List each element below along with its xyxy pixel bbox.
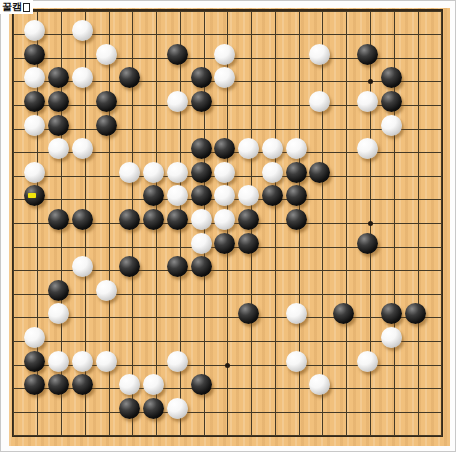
intersection[interactable] — [264, 141, 288, 165]
intersection[interactable] — [406, 330, 430, 354]
intersection[interactable] — [145, 330, 169, 354]
intersection[interactable] — [264, 424, 288, 448]
intersection[interactable] — [240, 117, 264, 141]
intersection[interactable] — [335, 94, 359, 118]
intersection[interactable] — [73, 283, 97, 307]
intersection[interactable] — [192, 23, 216, 47]
intersection[interactable] — [430, 330, 454, 354]
intersection[interactable] — [2, 377, 26, 401]
intersection[interactable] — [50, 377, 74, 401]
intersection[interactable] — [192, 306, 216, 330]
intersection[interactable] — [121, 283, 145, 307]
intersection[interactable] — [359, 235, 383, 259]
intersection[interactable] — [73, 306, 97, 330]
intersection[interactable] — [264, 46, 288, 70]
intersection[interactable] — [168, 424, 192, 448]
intersection[interactable] — [311, 94, 335, 118]
intersection[interactable] — [264, 330, 288, 354]
intersection[interactable] — [216, 188, 240, 212]
intersection[interactable] — [145, 94, 169, 118]
intersection[interactable] — [145, 377, 169, 401]
intersection[interactable] — [216, 0, 240, 23]
intersection[interactable] — [264, 283, 288, 307]
intersection[interactable] — [430, 377, 454, 401]
intersection[interactable] — [121, 212, 145, 236]
go-board[interactable] — [9, 8, 450, 446]
intersection[interactable] — [50, 188, 74, 212]
intersection[interactable] — [50, 23, 74, 47]
intersection[interactable] — [26, 23, 50, 47]
intersection[interactable] — [406, 164, 430, 188]
intersection[interactable] — [168, 94, 192, 118]
intersection[interactable] — [2, 424, 26, 448]
intersection[interactable] — [97, 424, 121, 448]
intersection[interactable] — [2, 117, 26, 141]
intersection[interactable] — [335, 70, 359, 94]
intersection[interactable] — [264, 259, 288, 283]
intersection[interactable] — [406, 94, 430, 118]
intersection[interactable] — [311, 70, 335, 94]
intersection[interactable] — [26, 46, 50, 70]
intersection[interactable] — [430, 212, 454, 236]
intersection[interactable] — [335, 212, 359, 236]
intersection[interactable] — [26, 424, 50, 448]
intersection[interactable] — [264, 188, 288, 212]
intersection[interactable] — [26, 330, 50, 354]
intersection[interactable] — [359, 330, 383, 354]
intersection[interactable] — [121, 70, 145, 94]
intersection[interactable] — [430, 306, 454, 330]
intersection[interactable] — [335, 188, 359, 212]
intersection[interactable] — [50, 424, 74, 448]
intersection[interactable] — [359, 401, 383, 425]
intersection[interactable] — [430, 259, 454, 283]
intersection[interactable] — [97, 70, 121, 94]
intersection[interactable] — [216, 141, 240, 165]
intersection[interactable] — [382, 330, 406, 354]
intersection[interactable] — [335, 283, 359, 307]
intersection[interactable] — [382, 164, 406, 188]
intersection[interactable] — [216, 70, 240, 94]
intersection[interactable] — [26, 70, 50, 94]
intersection[interactable] — [240, 70, 264, 94]
intersection[interactable] — [359, 164, 383, 188]
intersection[interactable] — [192, 117, 216, 141]
intersection[interactable] — [430, 353, 454, 377]
intersection[interactable] — [311, 401, 335, 425]
intersection[interactable] — [97, 188, 121, 212]
intersection[interactable] — [192, 283, 216, 307]
intersection[interactable] — [192, 164, 216, 188]
intersection[interactable] — [192, 377, 216, 401]
intersection[interactable] — [287, 283, 311, 307]
intersection[interactable] — [26, 94, 50, 118]
intersection[interactable] — [359, 46, 383, 70]
intersection[interactable] — [240, 94, 264, 118]
intersection[interactable] — [73, 94, 97, 118]
intersection[interactable] — [121, 117, 145, 141]
intersection[interactable] — [121, 46, 145, 70]
intersection[interactable] — [359, 283, 383, 307]
intersection[interactable] — [240, 235, 264, 259]
intersection[interactable] — [73, 424, 97, 448]
intersection[interactable] — [382, 235, 406, 259]
intersection[interactable] — [430, 188, 454, 212]
intersection[interactable] — [430, 70, 454, 94]
intersection[interactable] — [287, 401, 311, 425]
intersection[interactable] — [287, 141, 311, 165]
intersection[interactable] — [168, 0, 192, 23]
intersection[interactable] — [216, 330, 240, 354]
intersection[interactable] — [311, 141, 335, 165]
intersection[interactable] — [50, 117, 74, 141]
intersection[interactable] — [145, 353, 169, 377]
intersection[interactable] — [121, 141, 145, 165]
intersection[interactable] — [359, 0, 383, 23]
intersection[interactable] — [216, 283, 240, 307]
intersection[interactable] — [192, 401, 216, 425]
intersection[interactable] — [430, 141, 454, 165]
intersection[interactable] — [216, 235, 240, 259]
intersection[interactable] — [430, 424, 454, 448]
intersection[interactable] — [2, 23, 26, 47]
intersection[interactable] — [97, 235, 121, 259]
intersection[interactable] — [335, 306, 359, 330]
intersection[interactable] — [430, 235, 454, 259]
intersection[interactable] — [73, 117, 97, 141]
intersection[interactable] — [359, 188, 383, 212]
intersection[interactable] — [264, 306, 288, 330]
intersection[interactable] — [216, 306, 240, 330]
intersection[interactable] — [287, 188, 311, 212]
intersection[interactable] — [168, 70, 192, 94]
intersection[interactable] — [311, 353, 335, 377]
intersection[interactable] — [2, 70, 26, 94]
intersection[interactable] — [311, 283, 335, 307]
intersection[interactable] — [73, 212, 97, 236]
intersection[interactable] — [287, 23, 311, 47]
intersection[interactable] — [264, 117, 288, 141]
intersection[interactable] — [121, 330, 145, 354]
intersection[interactable] — [335, 164, 359, 188]
intersection[interactable] — [50, 235, 74, 259]
intersection[interactable] — [382, 353, 406, 377]
intersection[interactable] — [406, 283, 430, 307]
intersection[interactable] — [311, 306, 335, 330]
intersection[interactable] — [240, 353, 264, 377]
intersection[interactable] — [382, 94, 406, 118]
intersection[interactable] — [311, 117, 335, 141]
intersection[interactable] — [26, 141, 50, 165]
intersection[interactable] — [287, 306, 311, 330]
intersection[interactable] — [216, 117, 240, 141]
intersection[interactable] — [26, 401, 50, 425]
intersection[interactable] — [406, 401, 430, 425]
intersection[interactable] — [287, 330, 311, 354]
intersection[interactable] — [121, 164, 145, 188]
intersection[interactable] — [216, 377, 240, 401]
intersection[interactable] — [73, 46, 97, 70]
intersection[interactable] — [97, 306, 121, 330]
intersection[interactable] — [430, 164, 454, 188]
intersection[interactable] — [2, 259, 26, 283]
intersection[interactable] — [2, 94, 26, 118]
intersection[interactable] — [311, 259, 335, 283]
intersection[interactable] — [145, 141, 169, 165]
intersection[interactable] — [382, 306, 406, 330]
intersection[interactable] — [382, 424, 406, 448]
intersection[interactable] — [382, 23, 406, 47]
intersection[interactable] — [406, 117, 430, 141]
intersection[interactable] — [216, 353, 240, 377]
intersection[interactable] — [359, 141, 383, 165]
intersection[interactable] — [121, 306, 145, 330]
intersection[interactable] — [50, 306, 74, 330]
intersection[interactable] — [406, 188, 430, 212]
intersection[interactable] — [97, 377, 121, 401]
intersection[interactable] — [382, 0, 406, 23]
intersection[interactable] — [26, 283, 50, 307]
intersection[interactable] — [359, 377, 383, 401]
intersection[interactable] — [192, 212, 216, 236]
intersection[interactable] — [335, 117, 359, 141]
intersection[interactable] — [430, 46, 454, 70]
intersection[interactable] — [406, 377, 430, 401]
intersection[interactable] — [192, 188, 216, 212]
intersection[interactable] — [240, 330, 264, 354]
intersection[interactable] — [430, 283, 454, 307]
intersection[interactable] — [311, 23, 335, 47]
intersection[interactable] — [335, 353, 359, 377]
intersection[interactable] — [168, 23, 192, 47]
intersection[interactable] — [121, 235, 145, 259]
intersection[interactable] — [97, 401, 121, 425]
intersection[interactable] — [406, 259, 430, 283]
intersection[interactable] — [145, 306, 169, 330]
intersection[interactable] — [145, 164, 169, 188]
intersection[interactable] — [240, 141, 264, 165]
intersection[interactable] — [240, 283, 264, 307]
intersection[interactable] — [240, 46, 264, 70]
intersection[interactable] — [335, 377, 359, 401]
intersection[interactable] — [50, 141, 74, 165]
intersection[interactable] — [192, 353, 216, 377]
intersection[interactable] — [168, 377, 192, 401]
intersection[interactable] — [50, 0, 74, 23]
intersection[interactable] — [73, 141, 97, 165]
intersection[interactable] — [192, 330, 216, 354]
intersection[interactable] — [406, 70, 430, 94]
intersection[interactable] — [73, 259, 97, 283]
intersection[interactable] — [50, 46, 74, 70]
intersection[interactable] — [2, 141, 26, 165]
intersection[interactable] — [240, 377, 264, 401]
intersection[interactable] — [311, 424, 335, 448]
intersection[interactable] — [145, 117, 169, 141]
intersection[interactable] — [121, 0, 145, 23]
intersection[interactable] — [145, 188, 169, 212]
intersection[interactable] — [97, 164, 121, 188]
intersection[interactable] — [26, 212, 50, 236]
intersection[interactable] — [287, 212, 311, 236]
intersection[interactable] — [287, 0, 311, 23]
intersection[interactable] — [168, 188, 192, 212]
intersection[interactable] — [168, 259, 192, 283]
intersection[interactable] — [359, 259, 383, 283]
intersection[interactable] — [97, 212, 121, 236]
intersection[interactable] — [73, 23, 97, 47]
intersection[interactable] — [2, 212, 26, 236]
intersection[interactable] — [168, 235, 192, 259]
intersection[interactable] — [145, 46, 169, 70]
intersection[interactable] — [2, 353, 26, 377]
intersection[interactable] — [50, 164, 74, 188]
intersection[interactable] — [406, 424, 430, 448]
intersection[interactable] — [73, 330, 97, 354]
intersection[interactable] — [382, 141, 406, 165]
intersection[interactable] — [97, 117, 121, 141]
intersection[interactable] — [240, 0, 264, 23]
intersection[interactable] — [97, 0, 121, 23]
intersection[interactable] — [287, 235, 311, 259]
intersection[interactable] — [192, 46, 216, 70]
intersection[interactable] — [2, 235, 26, 259]
intersection[interactable] — [359, 212, 383, 236]
intersection[interactable] — [287, 70, 311, 94]
intersection[interactable] — [335, 23, 359, 47]
intersection[interactable] — [406, 0, 430, 23]
intersection[interactable] — [430, 94, 454, 118]
intersection[interactable] — [216, 401, 240, 425]
intersection[interactable] — [382, 212, 406, 236]
intersection[interactable] — [26, 117, 50, 141]
intersection[interactable] — [97, 23, 121, 47]
intersection[interactable] — [145, 235, 169, 259]
intersection[interactable] — [168, 353, 192, 377]
intersection[interactable] — [287, 46, 311, 70]
intersection[interactable] — [430, 0, 454, 23]
intersection[interactable] — [26, 377, 50, 401]
intersection[interactable] — [50, 94, 74, 118]
intersection[interactable] — [121, 424, 145, 448]
intersection[interactable] — [240, 424, 264, 448]
intersection[interactable] — [264, 23, 288, 47]
intersection[interactable] — [26, 353, 50, 377]
intersection[interactable] — [406, 141, 430, 165]
intersection[interactable] — [359, 70, 383, 94]
intersection[interactable] — [359, 23, 383, 47]
intersection[interactable] — [311, 377, 335, 401]
intersection[interactable] — [2, 283, 26, 307]
intersection[interactable] — [73, 353, 97, 377]
intersection[interactable] — [73, 70, 97, 94]
intersection[interactable] — [264, 353, 288, 377]
intersection[interactable] — [359, 353, 383, 377]
intersection[interactable] — [359, 306, 383, 330]
intersection[interactable] — [406, 212, 430, 236]
intersection[interactable] — [382, 377, 406, 401]
intersection[interactable] — [240, 164, 264, 188]
intersection[interactable] — [2, 46, 26, 70]
intersection[interactable] — [382, 401, 406, 425]
intersection[interactable] — [168, 306, 192, 330]
intersection[interactable] — [359, 117, 383, 141]
intersection[interactable] — [2, 164, 26, 188]
intersection[interactable] — [264, 401, 288, 425]
intersection[interactable] — [97, 46, 121, 70]
intersection[interactable] — [192, 94, 216, 118]
intersection[interactable] — [335, 330, 359, 354]
intersection[interactable] — [406, 46, 430, 70]
intersection[interactable] — [264, 235, 288, 259]
intersection[interactable] — [145, 424, 169, 448]
intersection[interactable] — [406, 235, 430, 259]
intersection[interactable] — [311, 0, 335, 23]
intersection[interactable] — [382, 46, 406, 70]
intersection[interactable] — [264, 377, 288, 401]
intersection[interactable] — [192, 424, 216, 448]
intersection[interactable] — [335, 46, 359, 70]
intersection[interactable] — [264, 94, 288, 118]
intersection[interactable] — [73, 377, 97, 401]
intersection[interactable] — [216, 424, 240, 448]
intersection[interactable] — [216, 259, 240, 283]
intersection[interactable] — [97, 141, 121, 165]
intersection[interactable] — [311, 188, 335, 212]
intersection[interactable] — [145, 283, 169, 307]
intersection[interactable] — [26, 188, 50, 212]
intersection[interactable] — [335, 424, 359, 448]
intersection[interactable] — [240, 23, 264, 47]
intersection[interactable] — [264, 0, 288, 23]
intersection[interactable] — [382, 259, 406, 283]
intersection[interactable] — [216, 23, 240, 47]
intersection[interactable] — [287, 353, 311, 377]
intersection[interactable] — [311, 46, 335, 70]
intersection[interactable] — [287, 94, 311, 118]
intersection[interactable] — [264, 164, 288, 188]
intersection[interactable] — [382, 188, 406, 212]
intersection[interactable] — [240, 401, 264, 425]
intersection[interactable] — [50, 283, 74, 307]
intersection[interactable] — [50, 70, 74, 94]
intersection[interactable] — [168, 212, 192, 236]
intersection[interactable] — [311, 330, 335, 354]
intersection[interactable] — [264, 70, 288, 94]
intersection[interactable] — [168, 401, 192, 425]
intersection[interactable] — [121, 188, 145, 212]
intersection[interactable] — [121, 23, 145, 47]
intersection[interactable] — [73, 235, 97, 259]
intersection[interactable] — [287, 259, 311, 283]
intersection[interactable] — [382, 283, 406, 307]
intersection[interactable] — [73, 164, 97, 188]
intersection[interactable] — [406, 306, 430, 330]
intersection[interactable] — [121, 353, 145, 377]
intersection[interactable] — [335, 259, 359, 283]
intersection[interactable] — [26, 164, 50, 188]
intersection[interactable] — [311, 235, 335, 259]
intersection[interactable] — [287, 377, 311, 401]
intersection[interactable] — [168, 283, 192, 307]
intersection[interactable] — [97, 259, 121, 283]
intersection[interactable] — [2, 188, 26, 212]
intersection[interactable] — [26, 306, 50, 330]
intersection[interactable] — [335, 141, 359, 165]
intersection[interactable] — [50, 353, 74, 377]
intersection[interactable] — [430, 117, 454, 141]
intersection[interactable] — [168, 46, 192, 70]
